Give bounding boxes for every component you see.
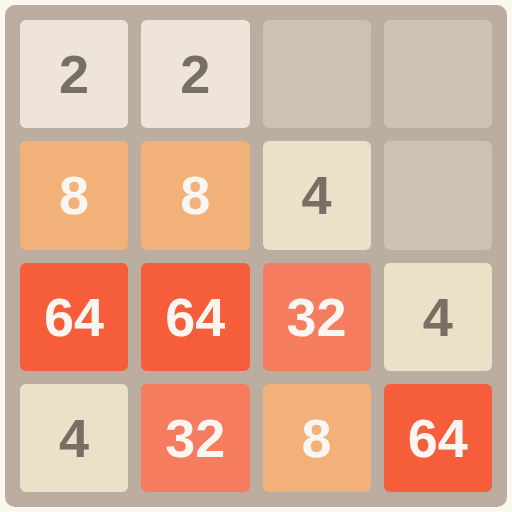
board[interactable]: 228846464324432864 <box>5 5 507 507</box>
tile-4: 4 <box>263 141 371 249</box>
tile-32: 32 <box>141 384 249 492</box>
tile-8: 8 <box>263 384 371 492</box>
tile-4: 4 <box>384 263 492 371</box>
tile-64: 64 <box>384 384 492 492</box>
empty-cell <box>263 20 371 128</box>
tile-2: 2 <box>20 20 128 128</box>
tile-2: 2 <box>141 20 249 128</box>
empty-cell <box>384 141 492 249</box>
page-background: 228846464324432864 <box>0 0 512 512</box>
empty-cell <box>384 20 492 128</box>
tile-8: 8 <box>20 141 128 249</box>
tile-4: 4 <box>20 384 128 492</box>
tile-64: 64 <box>20 263 128 371</box>
tile-32: 32 <box>263 263 371 371</box>
tile-8: 8 <box>141 141 249 249</box>
tile-64: 64 <box>141 263 249 371</box>
